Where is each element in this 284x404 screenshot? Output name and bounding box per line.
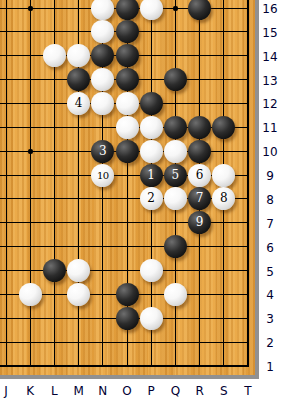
stone-white-S8: 8 bbox=[212, 187, 235, 210]
column-label-K: K bbox=[18, 380, 42, 402]
move-number-label: 2 bbox=[140, 187, 163, 210]
grid-line-row-6 bbox=[0, 246, 249, 247]
row-label-4: 4 bbox=[257, 287, 283, 303]
stone-black-O16 bbox=[116, 0, 139, 20]
stone-white-P5 bbox=[140, 259, 163, 282]
column-label-Q: Q bbox=[163, 380, 187, 402]
row-label-12: 12 bbox=[257, 96, 283, 112]
row-label-2: 2 bbox=[257, 335, 283, 351]
move-number-label: 4 bbox=[67, 92, 90, 115]
grid-line-row-5 bbox=[0, 270, 249, 271]
row-label-16: 16 bbox=[257, 1, 283, 17]
stone-white-M5 bbox=[67, 259, 90, 282]
stone-white-P11 bbox=[140, 116, 163, 139]
column-label-J: J bbox=[0, 380, 18, 402]
stone-white-P3 bbox=[140, 307, 163, 330]
row-label-15: 15 bbox=[257, 25, 283, 41]
stone-black-N10: 3 bbox=[91, 140, 114, 163]
grid-line-row-2 bbox=[0, 342, 249, 343]
row-label-3: 3 bbox=[257, 311, 283, 327]
star-point-K10 bbox=[28, 149, 33, 154]
stone-black-Q11 bbox=[164, 116, 187, 139]
row-label-11: 11 bbox=[257, 120, 283, 136]
stone-white-N15 bbox=[91, 20, 114, 43]
move-number-label: 6 bbox=[188, 164, 211, 187]
stone-white-N13 bbox=[91, 68, 114, 91]
row-label-5: 5 bbox=[257, 264, 283, 280]
row-label-6: 6 bbox=[257, 240, 283, 256]
stone-black-P12 bbox=[140, 92, 163, 115]
move-number-label: 10 bbox=[91, 164, 114, 187]
stone-white-Q10 bbox=[164, 140, 187, 163]
stone-white-M14 bbox=[67, 44, 90, 67]
stone-black-R7: 9 bbox=[188, 211, 211, 234]
stone-white-P8: 2 bbox=[140, 187, 163, 210]
row-label-10: 10 bbox=[257, 144, 283, 160]
grid-line-row-1 bbox=[0, 365, 249, 367]
stone-white-K4 bbox=[19, 283, 42, 306]
row-label-7: 7 bbox=[257, 216, 283, 232]
move-number-label: 7 bbox=[188, 187, 211, 210]
go-board-surface[interactable]: 43101562789 bbox=[0, 0, 255, 375]
stone-black-Q9: 5 bbox=[164, 164, 187, 187]
row-label-1: 1 bbox=[257, 359, 283, 375]
go-diagram: 43101562789 16151413121110987654321 JKLM… bbox=[0, 0, 284, 404]
stone-white-L14 bbox=[43, 44, 66, 67]
stone-black-O3 bbox=[116, 307, 139, 330]
row-label-14: 14 bbox=[257, 49, 283, 65]
row-label-8: 8 bbox=[257, 192, 283, 208]
stone-white-Q4 bbox=[164, 283, 187, 306]
stone-white-P16 bbox=[140, 0, 163, 20]
stone-black-Q13 bbox=[164, 68, 187, 91]
board-edge-strip-bottom bbox=[0, 375, 259, 379]
stone-black-R8: 7 bbox=[188, 187, 211, 210]
stone-black-R11 bbox=[188, 116, 211, 139]
move-number-label: 1 bbox=[140, 164, 163, 187]
column-label-T: T bbox=[236, 380, 260, 402]
stone-black-O10 bbox=[116, 140, 139, 163]
stone-white-M12: 4 bbox=[67, 92, 90, 115]
stone-black-L5 bbox=[43, 259, 66, 282]
stone-black-P9: 1 bbox=[140, 164, 163, 187]
stone-white-P10 bbox=[140, 140, 163, 163]
move-number-label: 8 bbox=[212, 187, 235, 210]
column-label-M: M bbox=[67, 380, 91, 402]
stone-black-Q6 bbox=[164, 235, 187, 258]
stone-black-R16 bbox=[188, 0, 211, 20]
stone-white-R9: 6 bbox=[188, 164, 211, 187]
stone-black-O14 bbox=[116, 44, 139, 67]
stone-white-Q8 bbox=[164, 187, 187, 210]
stone-white-O12 bbox=[116, 92, 139, 115]
stone-black-N14 bbox=[91, 44, 114, 67]
move-number-label: 5 bbox=[164, 164, 187, 187]
column-label-O: O bbox=[115, 380, 139, 402]
star-point-Q16 bbox=[173, 6, 178, 11]
row-label-9: 9 bbox=[257, 168, 283, 184]
column-label-P: P bbox=[139, 380, 163, 402]
column-label-N: N bbox=[91, 380, 115, 402]
stone-white-N9: 10 bbox=[91, 164, 114, 187]
stone-black-O4 bbox=[116, 283, 139, 306]
stone-white-M4 bbox=[67, 283, 90, 306]
move-number-label: 9 bbox=[188, 211, 211, 234]
column-label-R: R bbox=[188, 380, 212, 402]
stone-black-O13 bbox=[116, 68, 139, 91]
column-label-S: S bbox=[212, 380, 236, 402]
row-label-13: 13 bbox=[257, 73, 283, 89]
stone-black-R10 bbox=[188, 140, 211, 163]
stone-white-N16 bbox=[91, 0, 114, 20]
star-point-K16 bbox=[28, 6, 33, 11]
stone-white-S9 bbox=[212, 164, 235, 187]
column-label-L: L bbox=[42, 380, 66, 402]
grid-line-row-7 bbox=[0, 222, 249, 223]
stone-black-O15 bbox=[116, 20, 139, 43]
stone-black-M13 bbox=[67, 68, 90, 91]
move-number-label: 3 bbox=[91, 140, 114, 163]
stone-white-O11 bbox=[116, 116, 139, 139]
stone-black-S11 bbox=[212, 116, 235, 139]
stone-white-N12 bbox=[91, 92, 114, 115]
